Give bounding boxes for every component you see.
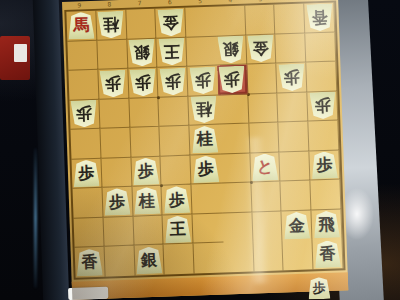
square-8f[interactable] xyxy=(101,157,132,188)
square-3g[interactable] xyxy=(251,182,282,213)
sente-silver-piece: 銀 xyxy=(136,246,163,274)
square-8c[interactable]: 歩 xyxy=(98,69,129,100)
sente-pawn-piece: 歩 xyxy=(192,155,219,183)
gote-lance-piece: 香 xyxy=(306,3,333,31)
ui-button-partial[interactable] xyxy=(68,287,108,300)
square-7c[interactable]: 歩 xyxy=(128,68,159,99)
shogi-board[interactable]: 馬桂金香銀王銀金歩歩歩歩歩歩歩桂歩桂歩歩歩と歩歩桂歩王金飛香銀香 xyxy=(64,0,345,279)
square-4f[interactable] xyxy=(220,153,251,184)
square-4a[interactable] xyxy=(215,6,246,37)
photo-scene: 987654321 馬桂金香銀王銀金歩歩歩歩歩歩歩桂歩桂歩歩歩と歩歩桂歩王金飛香… xyxy=(0,0,400,300)
square-7i[interactable]: 銀 xyxy=(134,245,165,276)
gote-pawn-piece: 歩 xyxy=(100,70,127,98)
square-3h[interactable] xyxy=(252,211,283,242)
square-6i[interactable] xyxy=(164,244,195,275)
gote-pawn-piece: 歩 xyxy=(159,68,186,96)
square-6b[interactable]: 王 xyxy=(157,37,188,68)
square-5f[interactable]: 歩 xyxy=(191,154,222,185)
square-9g[interactable] xyxy=(73,188,104,219)
square-1i[interactable]: 香 xyxy=(313,239,344,270)
square-2d[interactable] xyxy=(278,92,309,123)
square-7h[interactable] xyxy=(133,215,164,246)
square-7f[interactable]: 歩 xyxy=(131,156,162,187)
sente-pawn-piece: 歩 xyxy=(163,186,190,214)
square-7a[interactable] xyxy=(126,9,157,40)
sente-knight-piece: 桂 xyxy=(133,187,160,215)
sente-rook-piece: 飛 xyxy=(313,211,340,239)
sente-horse-piece: 馬 xyxy=(68,12,95,40)
gote-pawn-piece: 歩 xyxy=(189,67,216,95)
square-6f[interactable] xyxy=(161,155,192,186)
sente-pawn-piece: 歩 xyxy=(132,157,159,185)
square-2a[interactable] xyxy=(275,4,306,35)
hand-piece-pawn[interactable]: 歩 xyxy=(308,277,331,300)
square-1b[interactable] xyxy=(305,32,336,63)
square-5i[interactable] xyxy=(194,243,225,274)
square-5d[interactable]: 桂 xyxy=(188,95,219,126)
square-6h[interactable]: 王 xyxy=(163,214,194,245)
reflection-glow-line xyxy=(34,148,37,288)
square-9h[interactable] xyxy=(74,218,105,249)
square-4e[interactable] xyxy=(219,124,250,155)
gote-pawn-piece: 歩 xyxy=(309,92,336,120)
gote-pawn-piece: 歩 xyxy=(71,100,98,128)
red-box-label xyxy=(14,44,27,62)
sente-knight-piece: 桂 xyxy=(191,126,218,154)
square-8b[interactable] xyxy=(97,39,128,70)
tablet-screen: 987654321 馬桂金香銀王銀金歩歩歩歩歩歩歩桂歩桂歩歩歩と歩歩桂歩王金飛香… xyxy=(62,0,348,300)
square-5e[interactable]: 桂 xyxy=(190,125,221,156)
sente-pawn-piece: 歩 xyxy=(104,188,131,216)
square-7d[interactable] xyxy=(129,97,160,128)
square-3i[interactable] xyxy=(253,241,284,272)
sente-tokin-piece: と xyxy=(251,153,278,181)
square-9c[interactable] xyxy=(68,70,99,101)
square-5c[interactable]: 歩 xyxy=(187,66,218,97)
square-2e[interactable] xyxy=(279,122,310,153)
square-1d[interactable]: 歩 xyxy=(308,91,339,122)
gote-pawn-piece: 歩 xyxy=(219,66,246,94)
sente-gold-piece: 金 xyxy=(283,212,310,240)
background-red-box xyxy=(0,36,30,80)
square-5b[interactable] xyxy=(186,36,217,67)
square-2f[interactable] xyxy=(280,151,311,182)
square-6g[interactable]: 歩 xyxy=(162,185,193,216)
square-2b[interactable] xyxy=(276,33,307,64)
square-2h[interactable]: 金 xyxy=(282,210,313,241)
square-9f[interactable]: 歩 xyxy=(72,158,103,189)
gote-silver-piece: 銀 xyxy=(128,39,155,67)
square-6e[interactable] xyxy=(160,126,191,157)
square-8h[interactable] xyxy=(103,217,134,248)
square-8a[interactable]: 桂 xyxy=(96,10,127,41)
gote-knight-piece: 桂 xyxy=(190,96,217,124)
square-6a[interactable]: 金 xyxy=(156,8,187,39)
square-1e[interactable] xyxy=(309,121,340,152)
square-4c[interactable]: 歩 xyxy=(217,65,248,96)
square-9a[interactable]: 馬 xyxy=(66,11,97,42)
square-9d[interactable]: 歩 xyxy=(69,99,100,130)
gote-pawn-piece: 歩 xyxy=(129,69,156,97)
square-4i[interactable] xyxy=(223,242,254,273)
square-1g[interactable] xyxy=(311,180,342,211)
square-6d[interactable] xyxy=(159,96,190,127)
square-1h[interactable]: 飛 xyxy=(312,209,343,240)
square-8g[interactable]: 歩 xyxy=(102,187,133,218)
gote-pawn-piece: 歩 xyxy=(278,63,305,91)
square-3a[interactable] xyxy=(245,5,276,36)
square-5h[interactable] xyxy=(193,213,224,244)
square-7b[interactable]: 銀 xyxy=(127,38,158,69)
square-7g[interactable]: 桂 xyxy=(132,186,163,217)
square-4g[interactable] xyxy=(221,183,252,214)
square-4d[interactable] xyxy=(218,94,249,125)
square-2c[interactable]: 歩 xyxy=(277,63,308,94)
square-3f[interactable]: と xyxy=(250,152,281,183)
square-3c[interactable] xyxy=(247,64,278,95)
square-2g[interactable] xyxy=(281,181,312,212)
square-9i[interactable]: 香 xyxy=(75,247,106,278)
square-8e[interactable] xyxy=(100,128,131,159)
square-1f[interactable]: 歩 xyxy=(310,150,341,181)
gote-gold-piece: 金 xyxy=(157,9,184,37)
square-4h[interactable] xyxy=(222,212,253,243)
sente-king-piece: 王 xyxy=(164,215,191,243)
square-5g[interactable] xyxy=(192,184,223,215)
square-9e[interactable] xyxy=(70,129,101,160)
square-1a[interactable]: 香 xyxy=(304,3,335,34)
square-5a[interactable] xyxy=(185,7,216,38)
sente-lance-piece: 香 xyxy=(314,240,341,268)
square-8i[interactable] xyxy=(104,246,135,277)
gote-king-piece: 王 xyxy=(158,38,185,66)
gote-silver-piece: 銀 xyxy=(218,36,245,64)
gote-knight-piece: 桂 xyxy=(98,11,125,39)
square-9b[interactable] xyxy=(67,40,98,71)
sente-pawn-piece: 歩 xyxy=(311,151,338,179)
square-6c[interactable]: 歩 xyxy=(158,67,189,98)
square-2i[interactable] xyxy=(283,240,314,271)
gote-gold-piece: 金 xyxy=(247,35,274,63)
square-4b[interactable]: 銀 xyxy=(216,35,247,66)
square-3b[interactable]: 金 xyxy=(246,34,277,65)
square-3d[interactable] xyxy=(248,93,279,124)
square-8d[interactable] xyxy=(99,98,130,129)
sente-lance-piece: 香 xyxy=(76,248,103,276)
square-1c[interactable] xyxy=(306,62,337,93)
sente-pawn-piece: 歩 xyxy=(73,159,100,187)
square-3e[interactable] xyxy=(249,123,280,154)
square-7e[interactable] xyxy=(130,127,161,158)
